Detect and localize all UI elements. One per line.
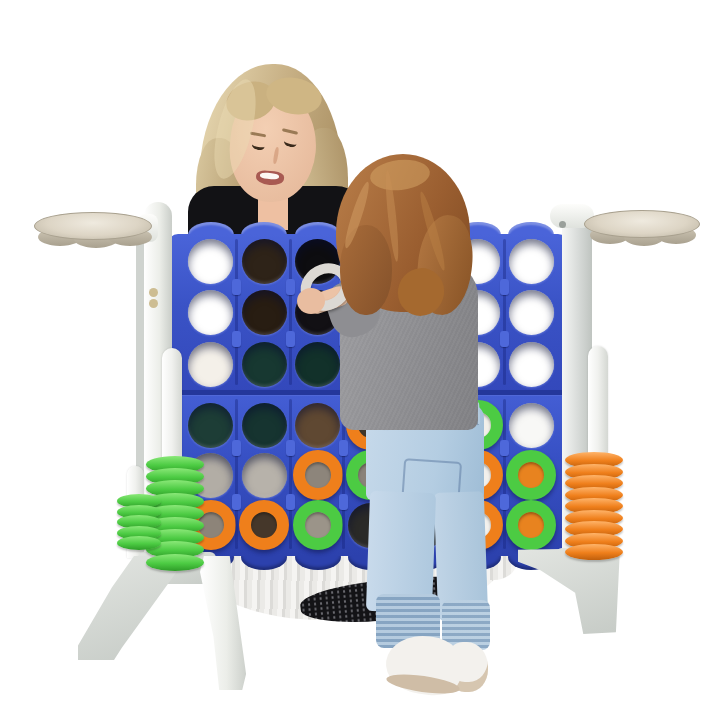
scene [0,0,720,720]
child-figure [0,0,720,720]
child-hand [297,288,325,314]
